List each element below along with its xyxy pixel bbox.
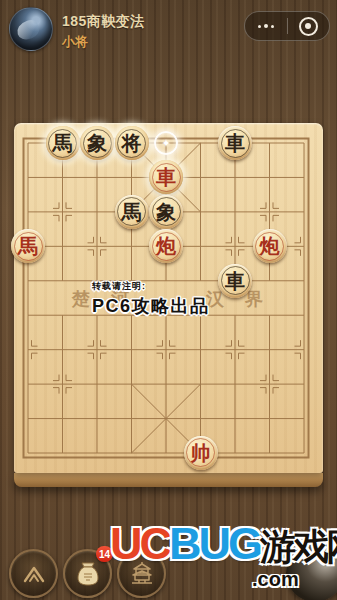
money-bag-icon bbox=[75, 561, 101, 587]
piece-black-将[interactable]: 将 bbox=[115, 126, 149, 160]
piece-glyph: 帅 bbox=[191, 443, 211, 463]
watermark-note: 转载请注明: bbox=[92, 280, 210, 293]
rank-subtitle: 小将 bbox=[62, 33, 88, 51]
level-title: 185商鞅变法 bbox=[62, 13, 145, 31]
collapse-button[interactable] bbox=[9, 549, 58, 598]
piece-glyph: 車 bbox=[225, 133, 245, 153]
piece-glyph: 車 bbox=[156, 167, 176, 187]
piece-black-馬[interactable]: 馬 bbox=[115, 195, 149, 229]
watermark-bug: BUG bbox=[169, 518, 260, 569]
river-watermark: 转载请注明: PC6攻略出品 bbox=[92, 280, 210, 318]
three-dots-icon bbox=[258, 24, 275, 29]
piece-glyph: 象 bbox=[156, 202, 176, 222]
piece-glyph: 車 bbox=[225, 271, 245, 291]
watermark-cn: 游戏网 bbox=[260, 526, 337, 567]
piece-glyph: 象 bbox=[87, 133, 107, 153]
more-button[interactable] bbox=[245, 12, 287, 40]
wechat-capsule bbox=[244, 11, 330, 41]
board-bottom-edge bbox=[14, 473, 323, 487]
chevron-up-icon bbox=[21, 563, 47, 585]
piece-glyph: 馬 bbox=[122, 202, 142, 222]
circle-dot-icon bbox=[299, 17, 318, 36]
piece-black-象[interactable]: 象 bbox=[149, 195, 183, 229]
watermark-brand: PC6攻略出品 bbox=[92, 294, 210, 318]
piece-glyph: 将 bbox=[122, 133, 142, 153]
piece-red-炮[interactable]: 炮 bbox=[253, 229, 287, 263]
piece-glyph: 炮 bbox=[156, 236, 176, 256]
piece-black-車[interactable]: 車 bbox=[218, 126, 252, 160]
piece-black-車[interactable]: 車 bbox=[218, 264, 252, 298]
piece-black-象[interactable]: 象 bbox=[80, 126, 114, 160]
piece-glyph: 馬 bbox=[18, 236, 38, 256]
watermark-uc: UC bbox=[110, 518, 169, 569]
piece-glyph: 馬 bbox=[53, 133, 73, 153]
piece-black-馬[interactable]: 馬 bbox=[46, 126, 80, 160]
exit-button[interactable] bbox=[288, 12, 330, 40]
piece-glyph: 炮 bbox=[260, 236, 280, 256]
watermark-com: .com bbox=[252, 568, 299, 591]
avatar bbox=[9, 7, 53, 51]
rewards-button[interactable]: 14 bbox=[63, 549, 112, 598]
site-watermark: UCBUG游戏网 .com bbox=[110, 518, 337, 572]
piece-red-帅[interactable]: 帅 bbox=[184, 436, 218, 470]
